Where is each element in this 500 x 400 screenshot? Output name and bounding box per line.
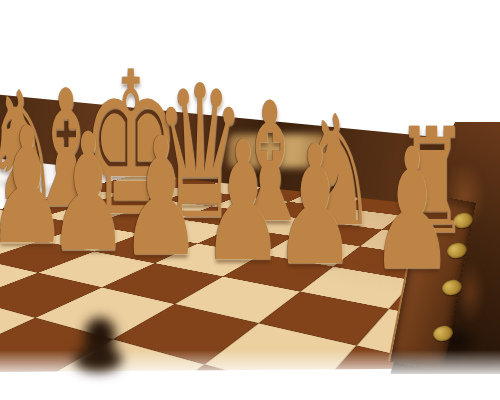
piece-white-pawn-c2: ♟ <box>370 126 453 294</box>
chess-set-product-photo: ♞♝♚♛♝♞♜♟♟♟♟♟♟ <box>0 0 500 400</box>
blurred-piece-base <box>74 346 122 372</box>
piece-white-pawn-f2: ♟ <box>120 116 201 280</box>
piece-white-pawn-e2: ♟ <box>202 120 284 285</box>
piece-white-pawn-d2: ♟ <box>274 124 356 289</box>
piece-white-pawn-g2: ♟ <box>48 111 129 274</box>
out-of-focus-dark-piece <box>74 318 126 374</box>
